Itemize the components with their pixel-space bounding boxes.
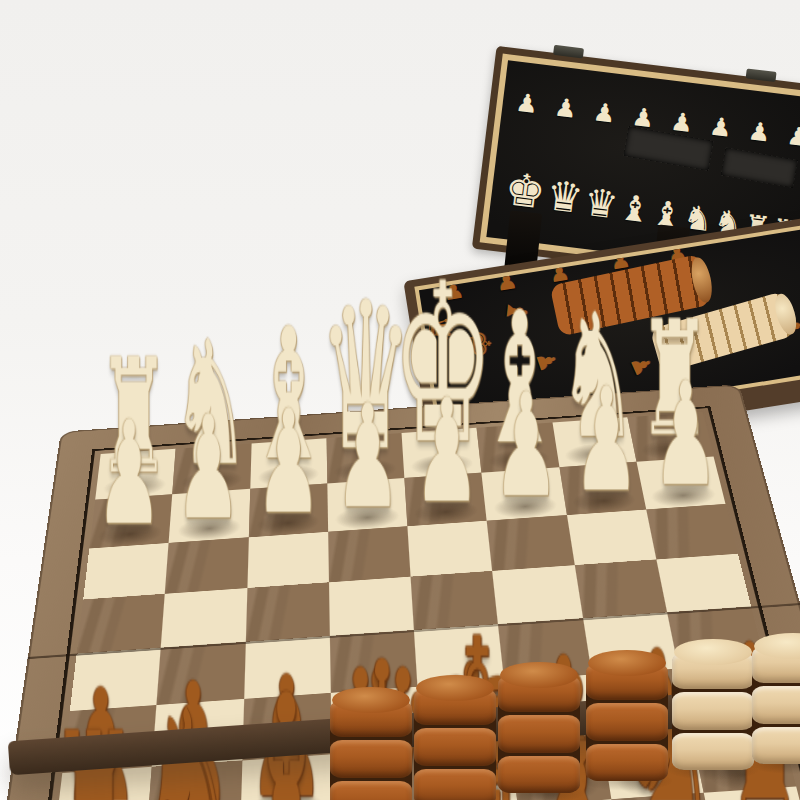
square: ♟ [559,462,646,515]
square: ♟ [404,473,486,526]
square [656,554,751,613]
chess-board-area: ♜♞♝♛♚♝♞♜♟♟♟♟♟♟♟♟♟♟♟♟♟♟♟♟♜♞♝♛♚♝♞♜ [0,0,800,800]
square [83,543,169,600]
square: ♟ [248,484,328,537]
white-pawn: ♟ [255,390,321,533]
square [566,509,656,565]
square: ♟ [169,489,250,543]
square [165,537,248,594]
square [161,588,247,648]
square: ♟ [89,494,172,548]
square: ♟ [327,478,407,531]
square [245,582,329,642]
square: ♟ [482,467,567,520]
square: ♟ [636,457,725,510]
product-photo-scene: ♟♟♟♟♟♟♟♟ ♚♛♛♝♝♞♞♜♜ ♟♟♟♟♟♛♚♝♟♟♟♟♞♟ ♜♞♝♛♚♝… [0,0,800,800]
square [574,559,667,618]
white-pawn: ♟ [573,368,639,511]
square [646,504,738,560]
square [247,532,329,588]
square [77,594,165,654]
white-pawn: ♟ [176,396,242,539]
square [487,515,574,571]
square: ♞ [611,793,718,800]
white-pawn: ♟ [493,373,559,516]
white-pawn: ♟ [414,379,480,522]
white-pawn: ♟ [96,401,162,544]
square [407,520,492,576]
white-pawn: ♟ [334,384,400,527]
white-pawn: ♟ [652,362,718,505]
square [328,526,411,582]
brown-rook: ♜ [719,659,800,800]
